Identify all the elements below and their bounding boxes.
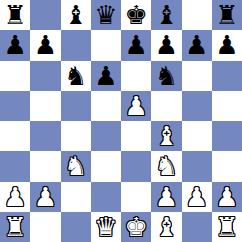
square-b8[interactable] (30, 0, 60, 30)
square-b2[interactable]: ♟ (30, 182, 60, 212)
piece-black-pawn[interactable]: ♟ (124, 30, 147, 60)
square-f1[interactable]: ♝ (151, 212, 181, 242)
square-c7[interactable] (61, 30, 91, 60)
piece-white-pawn[interactable]: ♟ (215, 182, 238, 212)
square-g2[interactable]: ♟ (182, 182, 212, 212)
square-b6[interactable] (30, 61, 60, 91)
square-f5[interactable] (151, 91, 181, 121)
piece-black-rook[interactable]: ♜ (215, 0, 238, 30)
piece-white-pawn[interactable]: ♟ (155, 182, 178, 212)
square-g6[interactable] (182, 61, 212, 91)
piece-white-queen[interactable]: ♛ (94, 212, 117, 242)
piece-white-knight[interactable]: ♞ (155, 151, 178, 181)
square-e6[interactable] (121, 61, 151, 91)
square-f6[interactable]: ♞ (151, 61, 181, 91)
square-g8[interactable] (182, 0, 212, 30)
square-c4[interactable] (61, 121, 91, 151)
square-a3[interactable] (0, 151, 30, 181)
square-f4[interactable]: ♝ (151, 121, 181, 151)
piece-white-pawn[interactable]: ♟ (124, 91, 147, 121)
square-c1[interactable] (61, 212, 91, 242)
square-f8[interactable]: ♝ (151, 0, 181, 30)
square-d4[interactable] (91, 121, 121, 151)
square-b3[interactable] (30, 151, 60, 181)
square-d8[interactable]: ♛ (91, 0, 121, 30)
piece-white-knight[interactable]: ♞ (64, 151, 87, 181)
square-d3[interactable] (91, 151, 121, 181)
square-f3[interactable]: ♞ (151, 151, 181, 181)
square-h1[interactable]: ♜ (212, 212, 242, 242)
square-b7[interactable]: ♟ (30, 30, 60, 60)
piece-black-pawn[interactable]: ♟ (34, 30, 57, 60)
square-e8[interactable]: ♚ (121, 0, 151, 30)
square-a2[interactable]: ♟ (0, 182, 30, 212)
square-d6[interactable]: ♟ (91, 61, 121, 91)
square-h5[interactable] (212, 91, 242, 121)
square-a8[interactable]: ♜ (0, 0, 30, 30)
square-c2[interactable] (61, 182, 91, 212)
square-e1[interactable]: ♚ (121, 212, 151, 242)
piece-black-pawn[interactable]: ♟ (215, 30, 238, 60)
square-b1[interactable] (30, 212, 60, 242)
square-d5[interactable] (91, 91, 121, 121)
square-a5[interactable] (0, 91, 30, 121)
square-f2[interactable]: ♟ (151, 182, 181, 212)
square-e4[interactable] (121, 121, 151, 151)
piece-black-king[interactable]: ♚ (124, 0, 147, 30)
square-c6[interactable]: ♞ (61, 61, 91, 91)
square-b4[interactable] (30, 121, 60, 151)
piece-black-knight[interactable]: ♞ (64, 61, 87, 91)
piece-white-pawn[interactable]: ♟ (3, 182, 26, 212)
square-g4[interactable] (182, 121, 212, 151)
piece-white-bishop[interactable]: ♝ (155, 212, 178, 242)
square-d7[interactable] (91, 30, 121, 60)
square-h4[interactable] (212, 121, 242, 151)
square-c5[interactable] (61, 91, 91, 121)
square-e5[interactable]: ♟ (121, 91, 151, 121)
square-c8[interactable]: ♝ (61, 0, 91, 30)
piece-white-rook[interactable]: ♜ (215, 212, 238, 242)
square-a6[interactable] (0, 61, 30, 91)
square-h2[interactable]: ♟ (212, 182, 242, 212)
piece-black-pawn[interactable]: ♟ (185, 30, 208, 60)
chess-board: ♜♝♛♚♝♜♟♟♟♟♟♟♞♟♞♟♝♞♞♟♟♟♟♟♜♛♚♝♜ (0, 0, 242, 242)
square-a4[interactable] (0, 121, 30, 151)
square-g1[interactable] (182, 212, 212, 242)
square-c3[interactable]: ♞ (61, 151, 91, 181)
square-h8[interactable]: ♜ (212, 0, 242, 30)
square-e7[interactable]: ♟ (121, 30, 151, 60)
square-g5[interactable] (182, 91, 212, 121)
piece-white-rook[interactable]: ♜ (3, 212, 26, 242)
square-e3[interactable] (121, 151, 151, 181)
piece-white-bishop[interactable]: ♝ (155, 121, 178, 151)
square-b5[interactable] (30, 91, 60, 121)
piece-black-rook[interactable]: ♜ (3, 0, 26, 30)
square-h7[interactable]: ♟ (212, 30, 242, 60)
square-g7[interactable]: ♟ (182, 30, 212, 60)
square-a1[interactable]: ♜ (0, 212, 30, 242)
piece-black-queen[interactable]: ♛ (94, 0, 117, 30)
piece-white-pawn[interactable]: ♟ (34, 182, 57, 212)
piece-black-pawn[interactable]: ♟ (155, 30, 178, 60)
piece-white-king[interactable]: ♚ (124, 212, 147, 242)
square-d1[interactable]: ♛ (91, 212, 121, 242)
square-d2[interactable] (91, 182, 121, 212)
piece-black-knight[interactable]: ♞ (155, 61, 178, 91)
piece-black-bishop[interactable]: ♝ (155, 0, 178, 30)
piece-black-pawn[interactable]: ♟ (94, 61, 117, 91)
square-h6[interactable] (212, 61, 242, 91)
square-f7[interactable]: ♟ (151, 30, 181, 60)
piece-black-pawn[interactable]: ♟ (3, 30, 26, 60)
piece-black-bishop[interactable]: ♝ (64, 0, 87, 30)
square-e2[interactable] (121, 182, 151, 212)
piece-white-pawn[interactable]: ♟ (185, 182, 208, 212)
square-h3[interactable] (212, 151, 242, 181)
square-a7[interactable]: ♟ (0, 30, 30, 60)
square-g3[interactable] (182, 151, 212, 181)
